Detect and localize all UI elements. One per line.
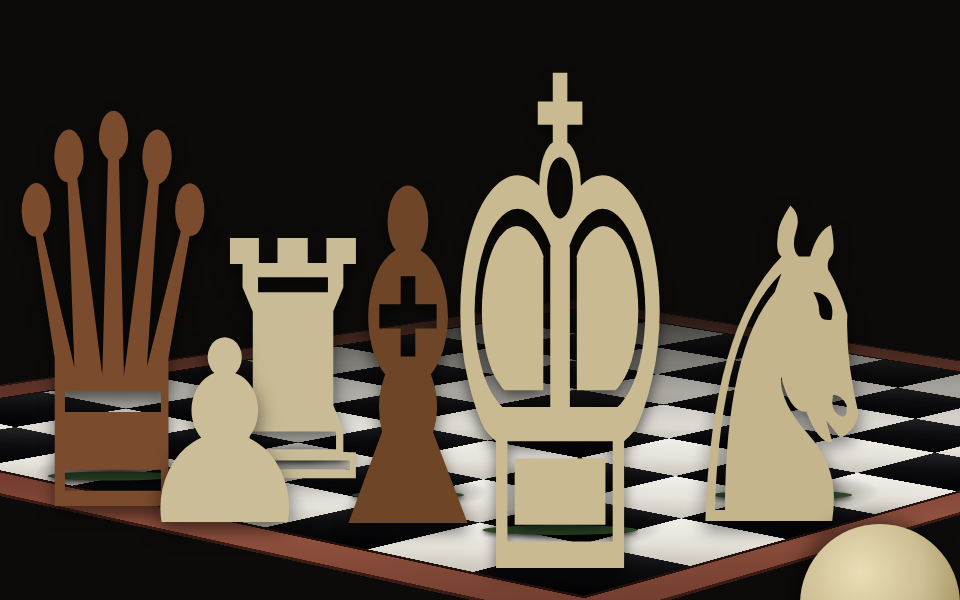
piece-light-king: ♚ (432, 0, 687, 600)
piece-light-pawn: ♟ (129, 308, 322, 561)
chess-scene: ♛ ♜ ♟ ♝ ♚ ♞ (0, 0, 960, 600)
piece-light-knight: ♞ (662, 156, 902, 588)
